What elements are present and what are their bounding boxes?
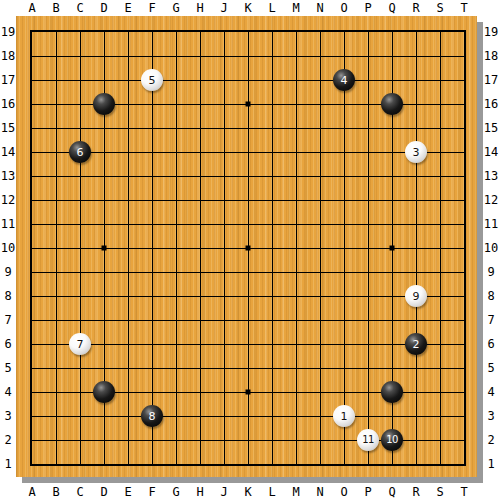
grid-cell xyxy=(440,392,464,416)
grid-cell xyxy=(104,320,128,344)
row-label-left-7: 7 xyxy=(0,308,16,332)
grid-cell xyxy=(200,224,224,248)
grid-cell xyxy=(80,440,104,464)
grid-cell xyxy=(296,320,320,344)
grid-cell xyxy=(320,296,344,320)
grid-cell xyxy=(80,56,104,80)
grid-cell xyxy=(320,320,344,344)
grid-cell xyxy=(56,56,80,80)
grid-cell xyxy=(440,368,464,392)
grid-cell xyxy=(32,104,56,128)
grid-cell xyxy=(248,80,272,104)
move-number: 8 xyxy=(149,411,156,422)
grid-cell xyxy=(416,416,440,440)
column-label-bottom-C: C xyxy=(68,484,92,500)
grid-cell xyxy=(272,200,296,224)
grid-cell xyxy=(80,224,104,248)
row-label-right-6: 6 xyxy=(482,332,500,356)
grid-cell xyxy=(272,56,296,80)
column-label-top-S: S xyxy=(428,0,452,16)
grid-cell xyxy=(392,176,416,200)
grid-cell xyxy=(32,296,56,320)
grid-cell xyxy=(320,368,344,392)
grid-cell xyxy=(440,128,464,152)
column-label-top-C: C xyxy=(68,0,92,16)
grid-cell xyxy=(80,272,104,296)
grid-cell xyxy=(320,32,344,56)
grid-cell xyxy=(272,80,296,104)
grid-cell xyxy=(296,80,320,104)
grid-cell xyxy=(344,224,368,248)
grid-cell xyxy=(32,152,56,176)
grid-cell xyxy=(128,200,152,224)
grid-cell xyxy=(224,344,248,368)
row-label-left-1: 1 xyxy=(0,452,16,476)
go-board[interactable]: 1234567891011 xyxy=(16,16,477,477)
grid-cell xyxy=(224,224,248,248)
grid-cell xyxy=(320,440,344,464)
grid-cell xyxy=(128,368,152,392)
grid-cell xyxy=(56,176,80,200)
row-label-right-8: 8 xyxy=(482,284,500,308)
grid-cell xyxy=(56,368,80,392)
grid-cell xyxy=(32,392,56,416)
grid-cell xyxy=(416,104,440,128)
grid-cell xyxy=(32,320,56,344)
grid-cell xyxy=(320,344,344,368)
grid-cell xyxy=(200,248,224,272)
move-number: 3 xyxy=(413,147,420,158)
row-label-right-13: 13 xyxy=(482,164,500,188)
grid-cell xyxy=(416,224,440,248)
grid-cell xyxy=(440,440,464,464)
grid-cell xyxy=(176,296,200,320)
grid-cell xyxy=(104,272,128,296)
grid-cell xyxy=(440,80,464,104)
grid-cell xyxy=(224,296,248,320)
row-label-right-14: 14 xyxy=(482,140,500,164)
grid-cell xyxy=(32,80,56,104)
grid-cell xyxy=(176,128,200,152)
grid-cell xyxy=(32,176,56,200)
stone-black-D4 xyxy=(93,381,115,403)
grid-cell xyxy=(272,344,296,368)
move-number: 4 xyxy=(341,75,348,86)
column-label-bottom-A: A xyxy=(20,484,44,500)
grid-cell xyxy=(128,224,152,248)
grid-cell xyxy=(200,176,224,200)
grid-cell xyxy=(104,152,128,176)
row-label-left-15: 15 xyxy=(0,116,16,140)
grid-cell xyxy=(104,248,128,272)
row-label-left-4: 4 xyxy=(0,380,16,404)
grid-cell xyxy=(296,440,320,464)
grid-cell xyxy=(200,392,224,416)
move-number: 7 xyxy=(77,339,84,350)
grid-cell xyxy=(296,368,320,392)
grid-cell xyxy=(224,320,248,344)
grid-cell xyxy=(248,224,272,248)
grid-cell xyxy=(200,320,224,344)
grid-cell xyxy=(176,320,200,344)
row-label-left-12: 12 xyxy=(0,188,16,212)
grid-cell xyxy=(224,416,248,440)
grid-cell xyxy=(32,416,56,440)
grid-cell xyxy=(248,200,272,224)
row-label-right-2: 2 xyxy=(482,428,500,452)
grid-cell xyxy=(128,128,152,152)
column-label-top-J: J xyxy=(212,0,236,16)
column-label-bottom-H: H xyxy=(188,484,212,500)
grid-cell xyxy=(176,272,200,296)
grid-cell xyxy=(200,272,224,296)
grid-cell xyxy=(248,104,272,128)
stone-black-F3: 8 xyxy=(141,405,163,427)
grid-cell xyxy=(128,104,152,128)
grid-cell xyxy=(344,368,368,392)
grid-cell xyxy=(440,176,464,200)
grid-cell xyxy=(392,200,416,224)
column-label-bottom-R: R xyxy=(404,484,428,500)
grid-cell xyxy=(32,440,56,464)
grid-cell xyxy=(176,32,200,56)
grid-cell xyxy=(224,392,248,416)
grid-cell xyxy=(56,80,80,104)
grid-cell xyxy=(32,32,56,56)
grid-cell xyxy=(296,392,320,416)
grid-cell xyxy=(224,80,248,104)
row-label-left-11: 11 xyxy=(0,212,16,236)
grid-cell xyxy=(272,296,296,320)
grid-cell xyxy=(176,440,200,464)
grid-cell xyxy=(56,104,80,128)
stone-black-Q4 xyxy=(381,381,403,403)
row-label-left-2: 2 xyxy=(0,428,16,452)
grid-cell xyxy=(272,128,296,152)
stone-black-O17: 4 xyxy=(333,69,355,91)
grid-cell xyxy=(200,104,224,128)
grid-cell xyxy=(416,80,440,104)
grid-cell xyxy=(368,128,392,152)
grid-cell xyxy=(128,272,152,296)
row-label-left-17: 17 xyxy=(0,68,16,92)
grid-cell xyxy=(200,128,224,152)
column-label-bottom-D: D xyxy=(92,484,116,500)
column-label-bottom-L: L xyxy=(260,484,284,500)
grid-cell xyxy=(32,344,56,368)
grid-cell xyxy=(344,152,368,176)
grid-cell xyxy=(104,176,128,200)
grid-cell xyxy=(104,416,128,440)
grid-cell xyxy=(176,200,200,224)
grid-cell xyxy=(56,272,80,296)
grid-cell xyxy=(128,440,152,464)
grid-cell xyxy=(32,200,56,224)
column-label-bottom-O: O xyxy=(332,484,356,500)
grid-cell xyxy=(416,368,440,392)
grid-cell xyxy=(296,128,320,152)
grid-cell xyxy=(344,296,368,320)
grid-cell xyxy=(440,344,464,368)
grid-cell xyxy=(248,344,272,368)
row-label-right-7: 7 xyxy=(482,308,500,332)
grid-cell xyxy=(176,80,200,104)
grid-cell xyxy=(368,32,392,56)
grid-cell xyxy=(104,32,128,56)
grid-cell xyxy=(272,320,296,344)
grid-cell xyxy=(32,224,56,248)
grid-cell xyxy=(56,416,80,440)
grid-cell xyxy=(272,248,296,272)
grid-cell xyxy=(248,440,272,464)
row-label-right-16: 16 xyxy=(482,92,500,116)
grid-cell xyxy=(104,296,128,320)
column-label-top-E: E xyxy=(116,0,140,16)
star-point-K16 xyxy=(246,102,251,107)
stone-black-C14: 6 xyxy=(69,141,91,163)
column-label-bottom-N: N xyxy=(308,484,332,500)
move-number: 11 xyxy=(362,435,374,445)
grid-cell xyxy=(344,128,368,152)
grid-cell xyxy=(344,344,368,368)
grid-cell xyxy=(344,272,368,296)
grid-cell xyxy=(248,128,272,152)
column-label-top-L: L xyxy=(260,0,284,16)
grid-cell xyxy=(392,248,416,272)
row-label-right-5: 5 xyxy=(482,356,500,380)
grid-cell xyxy=(56,392,80,416)
grid-cell xyxy=(56,296,80,320)
grid-cell xyxy=(56,440,80,464)
grid-cell xyxy=(200,200,224,224)
grid-cell xyxy=(248,416,272,440)
grid-cell xyxy=(440,200,464,224)
grid-cell xyxy=(176,416,200,440)
grid-cell xyxy=(80,416,104,440)
grid-cell xyxy=(416,32,440,56)
grid-cell xyxy=(224,56,248,80)
grid-cell xyxy=(368,248,392,272)
grid-cell xyxy=(296,56,320,80)
grid-cell xyxy=(200,416,224,440)
grid-cell xyxy=(80,248,104,272)
grid-cell xyxy=(296,152,320,176)
grid-cell xyxy=(176,368,200,392)
grid-cell xyxy=(152,200,176,224)
grid-cell xyxy=(152,272,176,296)
grid-cell xyxy=(176,392,200,416)
grid-cell xyxy=(440,296,464,320)
grid-cell xyxy=(248,152,272,176)
row-label-right-18: 18 xyxy=(482,44,500,68)
grid-cell xyxy=(320,224,344,248)
stone-white-O3: 1 xyxy=(333,405,355,427)
grid-cell xyxy=(152,104,176,128)
row-label-right-12: 12 xyxy=(482,188,500,212)
grid-cell xyxy=(152,344,176,368)
grid-cell xyxy=(200,152,224,176)
grid-cell xyxy=(272,392,296,416)
grid-cell xyxy=(368,152,392,176)
row-label-left-8: 8 xyxy=(0,284,16,308)
column-label-bottom-K: K xyxy=(236,484,260,500)
grid-cell xyxy=(272,368,296,392)
grid-cell xyxy=(248,392,272,416)
grid-cell xyxy=(104,56,128,80)
row-label-right-15: 15 xyxy=(482,116,500,140)
row-label-right-11: 11 xyxy=(482,212,500,236)
grid-cell xyxy=(200,296,224,320)
grid-cell xyxy=(224,200,248,224)
move-number: 10 xyxy=(386,435,398,445)
grid-cell xyxy=(416,56,440,80)
column-label-top-D: D xyxy=(92,0,116,16)
move-number: 5 xyxy=(149,75,156,86)
grid-cell xyxy=(176,104,200,128)
grid-cell xyxy=(416,248,440,272)
grid-cell xyxy=(200,368,224,392)
grid-cell xyxy=(128,152,152,176)
column-label-bottom-M: M xyxy=(284,484,308,500)
grid-cell xyxy=(80,200,104,224)
grid-cell xyxy=(32,368,56,392)
grid-cell xyxy=(296,104,320,128)
row-label-right-10: 10 xyxy=(482,236,500,260)
grid-cell xyxy=(56,200,80,224)
grid-cell xyxy=(392,32,416,56)
grid-cell xyxy=(272,272,296,296)
column-label-top-N: N xyxy=(308,0,332,16)
stone-white-F17: 5 xyxy=(141,69,163,91)
grid-cell xyxy=(224,440,248,464)
grid-cell xyxy=(176,56,200,80)
grid-cell xyxy=(368,272,392,296)
column-label-bottom-F: F xyxy=(140,484,164,500)
grid-cell xyxy=(440,224,464,248)
column-label-top-R: R xyxy=(404,0,428,16)
grid-cell xyxy=(296,32,320,56)
grid-cell xyxy=(200,80,224,104)
grid-cell xyxy=(80,296,104,320)
grid-cell xyxy=(248,176,272,200)
grid-cell xyxy=(152,152,176,176)
grid-cell xyxy=(200,56,224,80)
grid-cell xyxy=(152,248,176,272)
grid-cell xyxy=(200,344,224,368)
grid-cell xyxy=(80,176,104,200)
row-label-left-5: 5 xyxy=(0,356,16,380)
row-label-right-4: 4 xyxy=(482,380,500,404)
grid-cell xyxy=(32,248,56,272)
grid-cell xyxy=(296,248,320,272)
grid-cell xyxy=(344,104,368,128)
grid-cell xyxy=(344,176,368,200)
grid-cell xyxy=(440,272,464,296)
column-label-top-P: P xyxy=(356,0,380,16)
grid-cell xyxy=(344,248,368,272)
grid-cell xyxy=(368,224,392,248)
grid-cell xyxy=(440,104,464,128)
column-label-top-O: O xyxy=(332,0,356,16)
row-label-left-6: 6 xyxy=(0,332,16,356)
grid-cell xyxy=(320,152,344,176)
grid-cell xyxy=(368,344,392,368)
grid-cell xyxy=(248,296,272,320)
grid-cell xyxy=(128,248,152,272)
grid-cell xyxy=(392,56,416,80)
star-point-D10 xyxy=(102,246,107,251)
row-label-right-19: 19 xyxy=(482,20,500,44)
grid-cell xyxy=(320,176,344,200)
row-label-left-19: 19 xyxy=(0,20,16,44)
grid-cell xyxy=(32,128,56,152)
grid-cell xyxy=(320,272,344,296)
grid-cell xyxy=(344,320,368,344)
grid-cell xyxy=(440,152,464,176)
grid-cell xyxy=(128,320,152,344)
grid-cell xyxy=(368,200,392,224)
column-label-bottom-B: B xyxy=(44,484,68,500)
grid-cell xyxy=(320,104,344,128)
grid-cell xyxy=(104,128,128,152)
column-label-bottom-T: T xyxy=(452,484,476,500)
row-label-right-1: 1 xyxy=(482,452,500,476)
grid-cell xyxy=(440,32,464,56)
grid-cell xyxy=(272,176,296,200)
stone-white-P2: 11 xyxy=(357,429,379,451)
grid-cell xyxy=(152,32,176,56)
grid-cell xyxy=(320,128,344,152)
column-label-bottom-S: S xyxy=(428,484,452,500)
column-label-top-T: T xyxy=(452,0,476,16)
grid-cell xyxy=(176,152,200,176)
row-label-left-18: 18 xyxy=(0,44,16,68)
grid-cell xyxy=(440,248,464,272)
grid-cell xyxy=(416,440,440,464)
grid-cell xyxy=(176,344,200,368)
grid-cell xyxy=(224,176,248,200)
row-label-left-14: 14 xyxy=(0,140,16,164)
grid-cell xyxy=(56,224,80,248)
move-number: 2 xyxy=(413,339,420,350)
grid-cell xyxy=(296,224,320,248)
grid-cell xyxy=(152,368,176,392)
grid-cell xyxy=(368,56,392,80)
column-label-top-A: A xyxy=(20,0,44,16)
grid-cell xyxy=(296,272,320,296)
move-number: 6 xyxy=(77,147,84,158)
grid-cell xyxy=(248,248,272,272)
grid-cell xyxy=(176,248,200,272)
stone-black-D16 xyxy=(93,93,115,115)
grid-cell xyxy=(248,272,272,296)
grid-cell xyxy=(416,392,440,416)
grid-cell xyxy=(440,416,464,440)
grid-cell xyxy=(224,104,248,128)
row-label-right-9: 9 xyxy=(482,260,500,284)
grid-cell xyxy=(128,32,152,56)
row-label-right-17: 17 xyxy=(482,68,500,92)
row-label-left-13: 13 xyxy=(0,164,16,188)
grid-cell xyxy=(152,224,176,248)
grid-cell xyxy=(320,200,344,224)
grid-cell xyxy=(128,176,152,200)
grid-cell xyxy=(320,248,344,272)
grid-cell xyxy=(296,176,320,200)
row-label-right-3: 3 xyxy=(482,404,500,428)
grid-cell xyxy=(368,176,392,200)
move-number: 9 xyxy=(413,291,420,302)
